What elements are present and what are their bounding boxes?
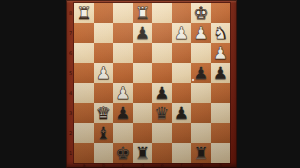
square-h4[interactable] bbox=[211, 83, 231, 103]
square-d8[interactable]: ♜ bbox=[133, 3, 153, 23]
file-label-h: h bbox=[217, 162, 225, 168]
black-queen-e3: ♛ bbox=[154, 104, 169, 121]
square-f5[interactable] bbox=[172, 63, 192, 83]
square-b1[interactable] bbox=[94, 143, 114, 163]
rank-label-1: 1 bbox=[67, 150, 74, 156]
square-h8[interactable] bbox=[211, 3, 231, 23]
square-d3[interactable] bbox=[133, 103, 153, 123]
rank-label-5: 5 bbox=[67, 70, 74, 76]
file-label-f: f bbox=[178, 162, 186, 168]
black-bishop-b2: ♝ bbox=[96, 124, 111, 141]
rank-label-6: 6 bbox=[67, 50, 74, 56]
white-pawn-c4: ♟ bbox=[115, 84, 130, 101]
square-f1[interactable] bbox=[172, 143, 192, 163]
square-d6[interactable] bbox=[133, 43, 153, 63]
square-d1[interactable]: ♜ bbox=[133, 143, 153, 163]
square-f7[interactable]: ♟ bbox=[172, 23, 192, 43]
square-d7[interactable]: ♟ bbox=[133, 23, 153, 43]
black-pawn-f3: ♟ bbox=[174, 104, 189, 121]
square-g7[interactable]: ♟ bbox=[191, 23, 211, 43]
square-h6[interactable]: ♟ bbox=[211, 43, 231, 63]
square-f8[interactable] bbox=[172, 3, 192, 23]
square-b2[interactable]: ♝ bbox=[94, 123, 114, 143]
square-a3[interactable] bbox=[74, 103, 94, 123]
file-label-e: e bbox=[158, 162, 166, 168]
white-pawn-f7: ♟ bbox=[174, 24, 189, 41]
square-g6[interactable] bbox=[191, 43, 211, 63]
rank-label-7: 7 bbox=[67, 30, 74, 36]
rank-label-3: 3 bbox=[67, 110, 74, 116]
square-e7[interactable] bbox=[152, 23, 172, 43]
square-h7[interactable]: ♞ bbox=[211, 23, 231, 43]
square-a6[interactable] bbox=[74, 43, 94, 63]
square-b8[interactable] bbox=[94, 3, 114, 23]
black-pawn-e4: ♟ bbox=[154, 84, 169, 101]
square-e2[interactable] bbox=[152, 123, 172, 143]
black-pawn-d7: ♟ bbox=[135, 24, 150, 41]
white-pawn-h6: ♟ bbox=[213, 44, 228, 61]
square-h3[interactable] bbox=[211, 103, 231, 123]
square-e1[interactable] bbox=[152, 143, 172, 163]
black-rook-g1: ♜ bbox=[193, 144, 208, 161]
file-label-c: c bbox=[119, 162, 127, 168]
square-c7[interactable] bbox=[113, 23, 133, 43]
white-knight-h7: ♞ bbox=[213, 24, 228, 41]
file-label-d: d bbox=[139, 162, 147, 168]
square-g1[interactable]: ♜ bbox=[191, 143, 211, 163]
white-rook-a8: ♜ bbox=[76, 4, 91, 21]
square-e5[interactable] bbox=[152, 63, 172, 83]
square-c2[interactable] bbox=[113, 123, 133, 143]
chess-board: ♜♜♚♟♟♟♞♟♟♟♟♟♟♛♟♛♟♝♚♜♜ bbox=[74, 3, 230, 163]
square-b6[interactable] bbox=[94, 43, 114, 63]
square-e8[interactable] bbox=[152, 3, 172, 23]
square-c3[interactable]: ♟ bbox=[113, 103, 133, 123]
white-rook-d8: ♜ bbox=[135, 4, 150, 21]
square-e4[interactable]: ♟ bbox=[152, 83, 172, 103]
square-c4[interactable]: ♟ bbox=[113, 83, 133, 103]
rank-label-2: 2 bbox=[67, 130, 74, 136]
square-a8[interactable]: ♜ bbox=[74, 3, 94, 23]
square-b7[interactable] bbox=[94, 23, 114, 43]
black-pawn-h5: ♟ bbox=[213, 64, 228, 81]
square-a1[interactable] bbox=[74, 143, 94, 163]
black-pawn-c3: ♟ bbox=[115, 104, 130, 121]
square-b5[interactable]: ♟ bbox=[94, 63, 114, 83]
file-label-g: g bbox=[197, 162, 205, 168]
square-a2[interactable] bbox=[74, 123, 94, 143]
white-pawn-g7: ♟ bbox=[193, 24, 208, 41]
square-d4[interactable] bbox=[133, 83, 153, 103]
square-f4[interactable] bbox=[172, 83, 192, 103]
square-b4[interactable] bbox=[94, 83, 114, 103]
highlight-speck bbox=[192, 79, 194, 81]
square-g2[interactable] bbox=[191, 123, 211, 143]
square-c1[interactable]: ♚ bbox=[113, 143, 133, 163]
square-a5[interactable] bbox=[74, 63, 94, 83]
square-f6[interactable] bbox=[172, 43, 192, 63]
square-a7[interactable] bbox=[74, 23, 94, 43]
white-king-g8: ♚ bbox=[193, 4, 208, 21]
board-frame: ♜♜♚♟♟♟♞♟♟♟♟♟♟♛♟♛♟♝♚♜♜ 87654321 abcdefgh bbox=[66, 0, 237, 168]
square-e6[interactable] bbox=[152, 43, 172, 63]
square-f2[interactable] bbox=[172, 123, 192, 143]
square-c5[interactable] bbox=[113, 63, 133, 83]
black-king-c1: ♚ bbox=[115, 144, 130, 161]
square-b3[interactable]: ♛ bbox=[94, 103, 114, 123]
square-f3[interactable]: ♟ bbox=[172, 103, 192, 123]
rank-label-8: 8 bbox=[67, 10, 74, 16]
square-g3[interactable] bbox=[191, 103, 211, 123]
square-g8[interactable]: ♚ bbox=[191, 3, 211, 23]
black-rook-d1: ♜ bbox=[135, 144, 150, 161]
square-h1[interactable] bbox=[211, 143, 231, 163]
square-h2[interactable] bbox=[211, 123, 231, 143]
square-c8[interactable] bbox=[113, 3, 133, 23]
rank-label-4: 4 bbox=[67, 90, 74, 96]
file-label-b: b bbox=[100, 162, 108, 168]
square-d5[interactable] bbox=[133, 63, 153, 83]
file-label-a: a bbox=[80, 162, 88, 168]
square-g4[interactable] bbox=[191, 83, 211, 103]
white-pawn-b5: ♟ bbox=[96, 64, 111, 81]
square-e3[interactable]: ♛ bbox=[152, 103, 172, 123]
square-c6[interactable] bbox=[113, 43, 133, 63]
square-h5[interactable]: ♟ bbox=[211, 63, 231, 83]
white-queen-b3: ♛ bbox=[96, 104, 111, 121]
black-pawn-g5: ♟ bbox=[193, 64, 208, 81]
square-d2[interactable] bbox=[133, 123, 153, 143]
square-a4[interactable] bbox=[74, 83, 94, 103]
video-frame: { "game": "chess", "position": { "fen": … bbox=[0, 0, 300, 168]
